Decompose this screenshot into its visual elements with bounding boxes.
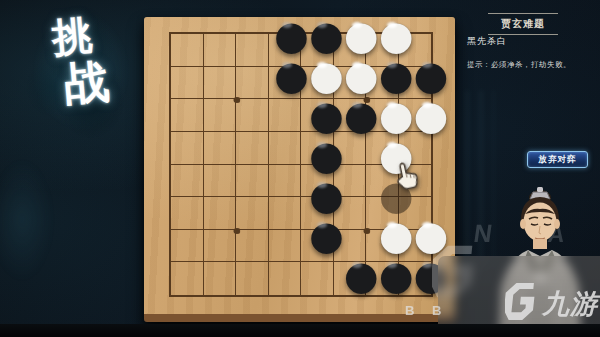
board-cell[interactable]	[154, 17, 184, 57]
board-cell[interactable]	[214, 257, 244, 297]
white-stone[interactable]: ●	[379, 215, 414, 255]
board-cell[interactable]: ●	[379, 217, 414, 257]
white-stone[interactable]: ●	[344, 15, 379, 55]
board-cell[interactable]	[214, 137, 244, 177]
board-cell[interactable]	[274, 177, 309, 217]
board-cell[interactable]	[244, 97, 274, 137]
puzzle-task-text: 黑先杀白	[467, 35, 507, 48]
board-cell[interactable]	[214, 97, 244, 137]
board-cell[interactable]	[184, 17, 214, 57]
board-cell[interactable]: ●	[414, 97, 449, 137]
board-cell[interactable]: ●	[344, 57, 379, 97]
board-cell[interactable]	[154, 57, 184, 97]
board-cell[interactable]: ●	[344, 257, 379, 297]
black-stone[interactable]: ●	[379, 255, 414, 295]
9game-brand-text: 九游	[542, 286, 598, 322]
board-cell[interactable]: ●	[414, 57, 449, 97]
board-cell[interactable]	[344, 177, 379, 217]
board-cell[interactable]	[154, 97, 184, 137]
board-cell[interactable]: ●	[379, 57, 414, 97]
board-cell[interactable]	[344, 217, 379, 257]
white-stone[interactable]: ●	[379, 15, 414, 55]
board-cell[interactable]	[214, 305, 244, 313]
bbs-watermark-text: B B	[405, 303, 448, 318]
board-cell[interactable]	[184, 297, 214, 305]
board-cell[interactable]	[309, 305, 344, 313]
board-cell[interactable]: ●	[379, 257, 414, 297]
board-cell[interactable]	[184, 257, 214, 297]
app-background: 挑 战 N A ●●●●●●●●●●●●●●●●●●●●●●● 贾玄难题 黑先杀…	[0, 0, 600, 337]
black-stone[interactable]: ●	[309, 215, 344, 255]
board-cell[interactable]: ●	[274, 57, 309, 97]
board-cell[interactable]	[184, 57, 214, 97]
board-cell[interactable]	[184, 137, 214, 177]
board-cell[interactable]	[184, 97, 214, 137]
board-cell[interactable]	[244, 217, 274, 257]
black-stone[interactable]: ●	[379, 55, 414, 95]
black-stone[interactable]: ●	[274, 15, 309, 55]
board-cell[interactable]: ●	[309, 217, 344, 257]
board-cell[interactable]	[154, 297, 184, 305]
board-cell[interactable]	[274, 305, 309, 313]
board-cell[interactable]: ●	[309, 97, 344, 137]
board-cell[interactable]: ●	[309, 17, 344, 57]
board-cell[interactable]: ●	[309, 137, 344, 177]
board-cell[interactable]	[274, 257, 309, 297]
white-stone[interactable]: ●	[414, 95, 449, 135]
board-cell[interactable]	[344, 305, 379, 313]
board-cell[interactable]: ●	[344, 17, 379, 57]
board-cell[interactable]	[214, 297, 244, 305]
board-cell[interactable]	[244, 17, 274, 57]
board-cell[interactable]	[274, 217, 309, 257]
board-cell[interactable]	[244, 257, 274, 297]
board-cell[interactable]	[344, 297, 379, 305]
board-cell[interactable]	[214, 177, 244, 217]
ink-smoke-decoration	[0, 140, 62, 300]
black-stone[interactable]: ●	[344, 95, 379, 135]
board-cell[interactable]	[244, 57, 274, 97]
black-stone[interactable]: ●	[414, 55, 449, 95]
board-cell[interactable]	[184, 305, 214, 313]
board-cell[interactable]	[154, 217, 184, 257]
board-cell[interactable]	[184, 217, 214, 257]
board-cell[interactable]	[274, 97, 309, 137]
board-cell[interactable]	[244, 137, 274, 177]
board-cell[interactable]	[274, 297, 309, 305]
black-stone[interactable]: ●	[344, 255, 379, 295]
9game-watermark: 九游	[505, 281, 598, 326]
black-stone[interactable]: ●	[309, 95, 344, 135]
board-cell[interactable]: ●	[344, 97, 379, 137]
board-cell[interactable]	[184, 177, 214, 217]
board-cell[interactable]: ●	[379, 17, 414, 57]
white-stone[interactable]: ●	[379, 95, 414, 135]
board-cell[interactable]	[154, 257, 184, 297]
give-up-button[interactable]: 放弃对弈	[527, 151, 588, 168]
challenge-calligraphy-char-1: 挑	[50, 14, 93, 57]
puzzle-hint-text: 提示：必须净杀，打劫失败。	[467, 60, 571, 70]
challenge-calligraphy-char-2: 战	[62, 58, 111, 107]
black-stone[interactable]: ●	[274, 55, 309, 95]
white-stone[interactable]: ●	[344, 55, 379, 95]
board-cell[interactable]	[274, 137, 309, 177]
white-stone[interactable]: ●	[309, 55, 344, 95]
board-cell[interactable]	[154, 177, 184, 217]
board-cell[interactable]	[414, 17, 449, 57]
black-stone[interactable]: ●	[309, 135, 344, 175]
board-cell[interactable]	[244, 177, 274, 217]
board-cell[interactable]	[344, 137, 379, 177]
board-cell[interactable]	[214, 17, 244, 57]
board-cell[interactable]: ●	[379, 97, 414, 137]
board-cell[interactable]: ●	[309, 57, 344, 97]
board-cell[interactable]: ●	[274, 17, 309, 57]
board-cell[interactable]	[154, 305, 184, 313]
board-cell[interactable]	[309, 297, 344, 305]
black-stone[interactable]: ●	[309, 175, 344, 215]
9game-logo-icon	[505, 281, 538, 326]
board-cell[interactable]	[244, 297, 274, 305]
board-cell[interactable]	[154, 137, 184, 177]
black-stone[interactable]: ●	[309, 15, 344, 55]
go-board[interactable]: ●●●●●●●●●●●●●●●●●●●●●●●	[144, 17, 455, 322]
board-cell[interactable]: ●	[309, 177, 344, 217]
puzzle-title: 贾玄难题	[488, 13, 558, 35]
board-cell[interactable]	[309, 257, 344, 297]
board-cell[interactable]	[244, 305, 274, 313]
board-cell[interactable]	[214, 217, 244, 257]
board-cell[interactable]	[214, 57, 244, 97]
